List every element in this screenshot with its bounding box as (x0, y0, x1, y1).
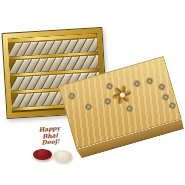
rosette-stud (145, 76, 154, 85)
rosette-stud (167, 101, 176, 110)
rosette-stud (67, 91, 76, 100)
rosette-stud (103, 97, 112, 106)
greeting-text: Happy Bhai Dooj! (32, 125, 68, 147)
roli-tika-heap (33, 149, 52, 160)
rosette-stud (157, 82, 166, 91)
rosette-stud (132, 79, 141, 88)
rosette-stud (161, 93, 170, 102)
product-photo: Happy Bhai Dooj! (0, 0, 185, 185)
flower-ornament (111, 84, 133, 106)
rosette-stud (125, 104, 134, 113)
rosette-stud (83, 102, 92, 111)
rice-heap (53, 150, 72, 162)
